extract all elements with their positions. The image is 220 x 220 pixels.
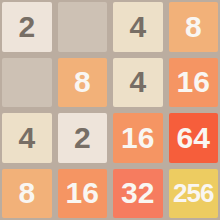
tile-2-r2c1: 2 bbox=[58, 113, 108, 163]
tile-8-r0c3: 8 bbox=[169, 2, 219, 52]
tile-4-r1c2: 4 bbox=[113, 58, 163, 108]
tile-16-r3c1: 16 bbox=[58, 169, 108, 219]
tile-16-r1c3: 16 bbox=[169, 58, 219, 108]
empty-cell-r0c1 bbox=[58, 2, 108, 52]
tile-256-r3c3: 256 bbox=[169, 169, 219, 219]
tile-16-r2c2: 16 bbox=[113, 113, 163, 163]
board-2048[interactable]: 248841642166481632256 bbox=[0, 0, 220, 220]
tile-8-r3c0: 8 bbox=[2, 169, 52, 219]
tile-8-r1c1: 8 bbox=[58, 58, 108, 108]
tile-64-r2c3: 64 bbox=[169, 113, 219, 163]
tile-4-r0c2: 4 bbox=[113, 2, 163, 52]
empty-cell-r1c0 bbox=[2, 58, 52, 108]
tile-2-r0c0: 2 bbox=[2, 2, 52, 52]
tile-4-r2c0: 4 bbox=[2, 113, 52, 163]
tile-32-r3c2: 32 bbox=[113, 169, 163, 219]
